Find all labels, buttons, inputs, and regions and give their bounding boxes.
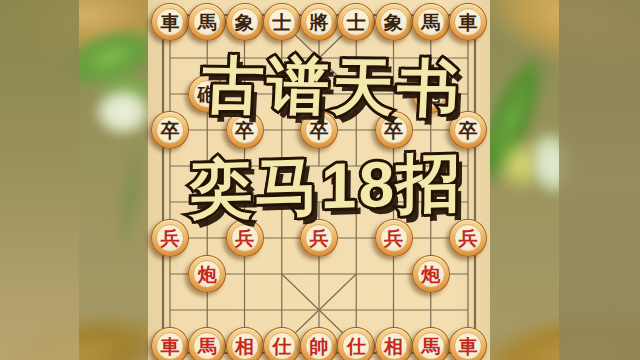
piece-black-elephant[interactable]: 象: [226, 3, 264, 41]
piece-red-elephant[interactable]: 相: [375, 327, 413, 360]
piece-glyph: 兵: [305, 224, 333, 252]
piece-black-chariot[interactable]: 車: [151, 3, 189, 41]
piece-red-advisor[interactable]: 仕: [337, 327, 375, 360]
piece-glyph: 車: [156, 332, 184, 360]
piece-red-general[interactable]: 帥: [300, 327, 338, 360]
piece-red-soldier[interactable]: 兵: [375, 219, 413, 257]
piece-glyph: 相: [380, 332, 408, 360]
piece-glyph: 仕: [342, 332, 370, 360]
piece-glyph: 馬: [193, 332, 221, 360]
piece-red-chariot[interactable]: 車: [151, 327, 189, 360]
piece-glyph: 車: [454, 8, 482, 36]
piece-black-horse[interactable]: 馬: [188, 3, 226, 41]
piece-black-advisor[interactable]: 士: [337, 3, 375, 41]
background-blur-strip-right: [559, 0, 640, 360]
piece-glyph: 兵: [454, 224, 482, 252]
piece-glyph: 帥: [305, 332, 333, 360]
piece-red-advisor[interactable]: 仕: [263, 327, 301, 360]
piece-glyph: 士: [342, 8, 370, 36]
piece-black-soldier[interactable]: 卒: [151, 111, 189, 149]
piece-red-soldier[interactable]: 兵: [226, 219, 264, 257]
piece-glyph: 將: [305, 8, 333, 36]
video-frame: 車馬象士將士象馬車砲砲卒卒卒卒卒兵兵兵兵兵炮炮車馬相仕帥仕相馬車 古谱天书 奕马…: [0, 0, 640, 360]
piece-black-general[interactable]: 將: [300, 3, 338, 41]
piece-red-cannon[interactable]: 炮: [188, 255, 226, 293]
piece-black-chariot[interactable]: 車: [449, 3, 487, 41]
piece-glyph: 卒: [231, 116, 259, 144]
piece-red-horse[interactable]: 馬: [412, 327, 450, 360]
background-blur-strip-left: [0, 0, 79, 360]
piece-glyph: 兵: [380, 224, 408, 252]
piece-red-chariot[interactable]: 車: [449, 327, 487, 360]
background-flower-left: [92, 86, 154, 138]
piece-glyph: 兵: [231, 224, 259, 252]
piece-red-horse[interactable]: 馬: [188, 327, 226, 360]
piece-black-elephant[interactable]: 象: [375, 3, 413, 41]
piece-red-soldier[interactable]: 兵: [449, 219, 487, 257]
piece-glyph: 炮: [417, 260, 445, 288]
piece-black-advisor[interactable]: 士: [263, 3, 301, 41]
piece-glyph: 馬: [417, 332, 445, 360]
piece-glyph: 相: [231, 332, 259, 360]
piece-glyph: 炮: [193, 260, 221, 288]
background-stem-left: [109, 129, 153, 261]
piece-red-soldier[interactable]: 兵: [300, 219, 338, 257]
piece-glyph: 卒: [156, 116, 184, 144]
piece-black-horse[interactable]: 馬: [412, 3, 450, 41]
piece-red-soldier[interactable]: 兵: [151, 219, 189, 257]
caption-line-2: 奕马18招: [189, 150, 463, 222]
piece-glyph: 車: [454, 332, 482, 360]
piece-glyph: 仕: [268, 332, 296, 360]
piece-glyph: 兵: [156, 224, 184, 252]
piece-glyph: 馬: [193, 8, 221, 36]
piece-red-cannon[interactable]: 炮: [412, 255, 450, 293]
piece-glyph: 象: [231, 8, 259, 36]
piece-glyph: 士: [268, 8, 296, 36]
piece-glyph: 象: [380, 8, 408, 36]
piece-glyph: 馬: [417, 8, 445, 36]
piece-glyph: 車: [156, 8, 184, 36]
caption-line-1: 古谱天书: [200, 54, 463, 120]
piece-red-elephant[interactable]: 相: [226, 327, 264, 360]
